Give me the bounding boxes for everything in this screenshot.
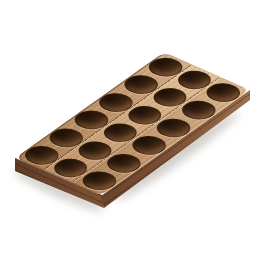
photo-stage — [0, 0, 260, 260]
